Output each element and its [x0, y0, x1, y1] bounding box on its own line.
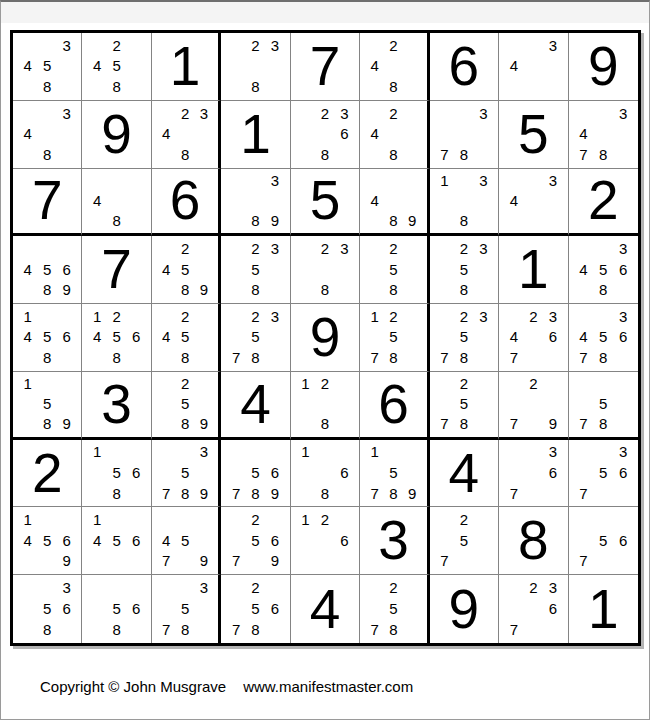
solved-digit: 6: [449, 39, 480, 94]
pencil-mark-2: [593, 103, 613, 124]
pencil-mark-9: [126, 619, 145, 640]
pencil-mark-1: [87, 35, 106, 56]
pencil-mark-2: [524, 171, 543, 191]
cell-r5c2[interactable]: 124568: [82, 304, 151, 372]
pencil-mark-3: 3: [335, 238, 354, 259]
cell-r4c5[interactable]: 238: [291, 236, 360, 304]
cell-r4c3[interactable]: 24589: [152, 236, 221, 304]
pencil-mark-7: [157, 347, 176, 368]
pencil-mark-1: 1: [18, 306, 37, 327]
cell-r1c8[interactable]: 34: [499, 33, 568, 101]
pencil-mark-5: [454, 190, 473, 210]
pencil-mark-5: [315, 530, 334, 551]
pencil-mark-7: 7: [226, 551, 245, 572]
pencil-mark-9: [57, 76, 76, 97]
pencil-mark-7: [365, 280, 384, 301]
pencil-mark-9: [265, 347, 284, 368]
pencil-mark-5: [524, 190, 543, 210]
pencil-mark-7: 7: [574, 144, 594, 165]
cell-r8c1[interactable]: 14569: [13, 507, 82, 575]
pencil-mark-5: [454, 123, 473, 144]
cell-r7c9[interactable]: 3567: [569, 440, 638, 508]
cell-r4c2[interactable]: 7: [82, 236, 151, 304]
pencil-mark-9: [543, 347, 562, 368]
pencil-mark-6: [265, 327, 284, 348]
pencil-mark-9: [126, 483, 145, 504]
cell-r8c7[interactable]: 257: [430, 507, 499, 575]
pencil-mark-9: [195, 347, 214, 368]
cell-r3c3[interactable]: 6: [152, 169, 221, 237]
cell-r7c1[interactable]: 2: [13, 440, 82, 508]
solved-digit: 1: [240, 107, 271, 162]
pencil-mark-1: [504, 171, 523, 191]
cell-r1c2[interactable]: 2458: [82, 33, 151, 101]
pencil-mark-4: 4: [365, 123, 384, 144]
pencil-mark-1: [87, 577, 106, 598]
pencil-mark-1: [574, 238, 594, 259]
pencil-mark-6: [403, 462, 422, 483]
pencil-mark-6: 6: [543, 462, 562, 483]
pencil-mark-3: [403, 171, 422, 191]
cell-r3c9[interactable]: 2: [569, 169, 638, 237]
pencil-mark-8: 8: [246, 483, 265, 504]
pencil-mark-6: [613, 394, 633, 414]
solved-digit: 7: [310, 39, 341, 94]
pencil-mark-7: [18, 144, 37, 165]
pencil-mark-6: [474, 530, 493, 551]
cell-r2c1[interactable]: 348: [13, 101, 82, 169]
pencil-mark-1: [435, 238, 454, 259]
cell-r4c1[interactable]: 45689: [13, 236, 82, 304]
pencil-mark-3: 3: [195, 103, 214, 124]
pencil-mark-4: [226, 259, 245, 280]
pencil-mark-7: [296, 551, 315, 572]
pencil-mark-2: 2: [524, 374, 543, 394]
pencil-mark-3: 3: [335, 103, 354, 124]
pencil-mark-3: 3: [613, 306, 633, 327]
cell-r9c3[interactable]: 3578: [152, 575, 221, 643]
pencil-mark-5: [524, 56, 543, 77]
pencil-mark-9: [403, 347, 422, 368]
pencil-mark-1: [504, 577, 523, 598]
pencil-mark-2: 2: [524, 577, 543, 598]
cell-r3c4[interactable]: 389: [221, 169, 290, 237]
cell-r6c1[interactable]: 1589: [13, 372, 82, 440]
cell-r6c6[interactable]: 6: [360, 372, 429, 440]
pencil-mark-9: [613, 414, 633, 434]
pencil-mark-6: 6: [613, 327, 633, 348]
cell-r4c7[interactable]: 2358: [430, 236, 499, 304]
cell-r1c5[interactable]: 7: [291, 33, 360, 101]
pencil-mark-3: 3: [543, 35, 562, 56]
pencil-mark-1: 1: [87, 442, 106, 463]
cell-r3c8[interactable]: 34: [499, 169, 568, 237]
pencil-mark-6: [403, 327, 422, 348]
pencil-mark-2: [176, 577, 195, 598]
pencil-mark-3: [474, 374, 493, 394]
solved-digit: 9: [449, 582, 480, 637]
pencil-mark-2: [246, 442, 265, 463]
pencil-mark-5: 5: [384, 327, 403, 348]
pencil-mark-8: 8: [454, 210, 473, 230]
solved-digit: 6: [170, 173, 201, 228]
cell-r7c2[interactable]: 1568: [82, 440, 151, 508]
pencil-mark-6: 6: [265, 462, 284, 483]
cell-r7c5[interactable]: 168: [291, 440, 360, 508]
pencil-mark-7: 7: [157, 483, 176, 504]
cell-r1c9[interactable]: 9: [569, 33, 638, 101]
pencil-mark-3: [265, 442, 284, 463]
pencil-mark-4: [365, 327, 384, 348]
pencil-mark-6: [474, 394, 493, 414]
pencil-mark-4: 4: [18, 56, 37, 77]
pencil-mark-4: 4: [504, 190, 523, 210]
pencil-mark-4: [435, 123, 454, 144]
pencil-mark-2: [246, 171, 265, 191]
pencil-mark-8: 8: [384, 347, 403, 368]
cell-r2c8[interactable]: 5: [499, 101, 568, 169]
pencil-mark-8: 8: [37, 144, 56, 165]
cell-r2c4[interactable]: 1: [221, 101, 290, 169]
pencil-mark-2: 2: [315, 103, 334, 124]
cell-r5c1[interactable]: 14568: [13, 304, 82, 372]
pencil-mark-7: [87, 76, 106, 97]
cell-r7c8[interactable]: 367: [499, 440, 568, 508]
cell-r8c2[interactable]: 1456: [82, 507, 151, 575]
pencil-mark-6: [474, 190, 493, 210]
pencil-mark-9: 9: [543, 414, 562, 434]
cell-r2c2[interactable]: 9: [82, 101, 151, 169]
pencil-mark-6: [403, 259, 422, 280]
pencil-mark-6: [403, 190, 422, 210]
solved-digit: 5: [310, 173, 341, 228]
pencil-mark-9: [543, 619, 562, 640]
cell-r5c7[interactable]: 23578: [430, 304, 499, 372]
pencil-mark-6: [543, 394, 562, 414]
pencil-mark-8: 8: [176, 483, 195, 504]
pencil-mark-8: [524, 76, 543, 97]
cell-r6c2[interactable]: 3: [82, 372, 151, 440]
pencil-mark-7: 7: [226, 619, 245, 640]
cell-r1c6[interactable]: 248: [360, 33, 429, 101]
cell-r8c4[interactable]: 25679: [221, 507, 290, 575]
cell-r4c9[interactable]: 34568: [569, 236, 638, 304]
pencil-mark-3: [57, 374, 76, 394]
pencil-mark-1: [504, 306, 523, 327]
cell-r2c7[interactable]: 378: [430, 101, 499, 169]
pencil-mark-2: 2: [454, 509, 473, 530]
cell-r2c6[interactable]: 248: [360, 101, 429, 169]
pencil-mark-8: 8: [107, 210, 126, 230]
pencil-mark-4: [504, 394, 523, 414]
pencil-mark-7: [504, 210, 523, 230]
pencil-mark-3: [57, 509, 76, 530]
cell-r3c7[interactable]: 138: [430, 169, 499, 237]
solved-digit: 2: [32, 446, 63, 501]
cell-r1c7[interactable]: 6: [430, 33, 499, 101]
pencil-mark-9: 9: [265, 551, 284, 572]
pencil-mark-3: [543, 374, 562, 394]
pencil-mark-5: [384, 56, 403, 77]
pencil-mark-7: [435, 210, 454, 230]
pencil-mark-6: [543, 56, 562, 77]
pencil-mark-2: 2: [176, 103, 195, 124]
website-text: www.manifestmaster.com: [243, 678, 413, 695]
pencil-mark-8: [315, 551, 334, 572]
pencil-mark-4: [435, 530, 454, 551]
pencil-mark-9: [126, 347, 145, 368]
pencil-mark-1: [296, 103, 315, 124]
pencil-mark-4: [157, 394, 176, 414]
pencil-mark-5: 5: [384, 259, 403, 280]
cell-r5c4[interactable]: 23578: [221, 304, 290, 372]
pencil-mark-5: 5: [384, 462, 403, 483]
pencil-mark-2: [37, 509, 56, 530]
pencil-mark-8: 8: [246, 210, 265, 230]
pencil-mark-3: 3: [474, 171, 493, 191]
pencil-mark-7: [87, 210, 106, 230]
pencil-mark-4: [574, 462, 594, 483]
pencil-mark-7: [296, 280, 315, 301]
pencil-mark-5: [246, 56, 265, 77]
cell-r2c9[interactable]: 3478: [569, 101, 638, 169]
cell-r8c6[interactable]: 3: [360, 507, 429, 575]
pencil-mark-2: 2: [384, 306, 403, 327]
pencil-mark-2: 2: [384, 35, 403, 56]
pencil-mark-5: 5: [107, 56, 126, 77]
pencil-mark-4: [226, 327, 245, 348]
pencil-mark-5: [524, 394, 543, 414]
pencil-mark-3: [57, 238, 76, 259]
pencil-mark-7: [87, 347, 106, 368]
pencil-mark-8: 8: [176, 144, 195, 165]
cell-r7c3[interactable]: 35789: [152, 440, 221, 508]
cell-r3c1[interactable]: 7: [13, 169, 82, 237]
pencil-mark-8: 8: [315, 280, 334, 301]
pencil-mark-1: 1: [435, 171, 454, 191]
cell-r4c8[interactable]: 1: [499, 236, 568, 304]
pencil-mark-3: [403, 577, 422, 598]
cell-r3c2[interactable]: 48: [82, 169, 151, 237]
pencil-mark-2: [107, 577, 126, 598]
pencil-mark-3: [613, 509, 633, 530]
pencil-mark-7: [574, 280, 594, 301]
cell-r9c4[interactable]: 25678: [221, 575, 290, 643]
pencil-mark-1: [435, 509, 454, 530]
pencil-mark-3: [57, 306, 76, 327]
pencil-mark-9: [613, 144, 633, 165]
cell-r8c3[interactable]: 4579: [152, 507, 221, 575]
pencil-mark-5: [384, 123, 403, 144]
pencil-mark-2: 2: [246, 35, 265, 56]
pencil-mark-8: 8: [176, 414, 195, 434]
pencil-mark-8: [524, 483, 543, 504]
pencil-mark-4: [435, 259, 454, 280]
pencil-mark-4: 4: [574, 327, 594, 348]
cell-r5c5[interactable]: 9: [291, 304, 360, 372]
pencil-mark-2: [454, 171, 473, 191]
cell-r8c9[interactable]: 567: [569, 507, 638, 575]
pencil-mark-6: [403, 123, 422, 144]
pencil-mark-1: 1: [18, 509, 37, 530]
pencil-mark-2: 2: [176, 306, 195, 327]
pencil-mark-5: [107, 190, 126, 210]
pencil-mark-7: [296, 483, 315, 504]
cell-r9c7[interactable]: 9: [430, 575, 499, 643]
pencil-mark-1: [504, 374, 523, 394]
pencil-mark-9: [265, 76, 284, 97]
cell-r7c4[interactable]: 56789: [221, 440, 290, 508]
cell-r9c5[interactable]: 4: [291, 575, 360, 643]
cell-r8c8[interactable]: 8: [499, 507, 568, 575]
solved-digit: 3: [378, 513, 409, 568]
pencil-mark-2: 2: [315, 509, 334, 530]
pencil-mark-5: 5: [176, 327, 195, 348]
cell-r5c9[interactable]: 345678: [569, 304, 638, 372]
pencil-mark-7: [157, 280, 176, 301]
pencil-mark-3: [265, 577, 284, 598]
pencil-mark-8: 8: [384, 619, 403, 640]
pencil-mark-3: 3: [474, 238, 493, 259]
pencil-mark-6: [195, 394, 214, 414]
cell-r7c6[interactable]: 15789: [360, 440, 429, 508]
pencil-mark-9: [613, 347, 633, 368]
pencil-mark-7: [296, 414, 315, 434]
pencil-mark-8: 8: [107, 619, 126, 640]
cell-r3c6[interactable]: 489: [360, 169, 429, 237]
pencil-mark-4: 4: [87, 56, 106, 77]
pencil-mark-9: 9: [57, 551, 76, 572]
pencil-mark-9: [613, 483, 633, 504]
pencil-mark-7: 7: [365, 347, 384, 368]
solved-digit: 4: [449, 446, 480, 501]
cell-r1c4[interactable]: 238: [221, 33, 290, 101]
pencil-mark-3: [126, 306, 145, 327]
pencil-mark-1: [157, 442, 176, 463]
pencil-mark-3: 3: [543, 306, 562, 327]
pencil-mark-5: 5: [107, 530, 126, 551]
cell-r9c1[interactable]: 3568: [13, 575, 82, 643]
cell-r9c8[interactable]: 2367: [499, 575, 568, 643]
cell-r9c9[interactable]: 1: [569, 575, 638, 643]
cell-r6c9[interactable]: 578: [569, 372, 638, 440]
pencil-mark-2: 2: [384, 103, 403, 124]
pencil-mark-8: [37, 551, 56, 572]
pencil-mark-6: [543, 190, 562, 210]
pencil-mark-7: [226, 280, 245, 301]
pencil-mark-4: 4: [18, 327, 37, 348]
pencil-mark-9: 9: [195, 483, 214, 504]
pencil-mark-8: 8: [246, 619, 265, 640]
pencil-mark-2: 2: [315, 238, 334, 259]
pencil-mark-5: 5: [176, 394, 195, 414]
cell-r6c8[interactable]: 279: [499, 372, 568, 440]
pencil-mark-1: [18, 35, 37, 56]
pencil-mark-4: 4: [157, 123, 176, 144]
pencil-mark-4: [157, 598, 176, 619]
pencil-mark-6: [265, 190, 284, 210]
cell-r5c8[interactable]: 23467: [499, 304, 568, 372]
cell-r6c4[interactable]: 4: [221, 372, 290, 440]
cell-r4c4[interactable]: 2358: [221, 236, 290, 304]
pencil-mark-5: 5: [246, 462, 265, 483]
pencil-mark-4: [365, 462, 384, 483]
pencil-mark-1: [157, 306, 176, 327]
pencil-mark-7: 7: [435, 347, 454, 368]
pencil-mark-8: 8: [246, 76, 265, 97]
pencil-mark-7: 7: [504, 414, 523, 434]
pencil-mark-4: [226, 530, 245, 551]
pencil-mark-5: 5: [37, 530, 56, 551]
pencil-mark-7: 7: [365, 483, 384, 504]
pencil-mark-1: [18, 238, 37, 259]
pencil-mark-4: [435, 327, 454, 348]
cell-r6c7[interactable]: 2578: [430, 372, 499, 440]
pencil-mark-8: 8: [37, 414, 56, 434]
pencil-mark-6: 6: [335, 462, 354, 483]
pencil-mark-4: [87, 462, 106, 483]
pencil-mark-4: 4: [504, 327, 523, 348]
pencil-mark-5: 5: [593, 462, 613, 483]
pencil-mark-8: 8: [384, 483, 403, 504]
pencil-mark-7: [18, 347, 37, 368]
pencil-mark-5: 5: [593, 394, 613, 414]
pencil-mark-3: 3: [543, 577, 562, 598]
pencil-mark-4: 4: [18, 530, 37, 551]
cell-r1c1[interactable]: 3458: [13, 33, 82, 101]
pencil-mark-3: [195, 374, 214, 394]
cell-r6c3[interactable]: 2589: [152, 372, 221, 440]
pencil-mark-5: [315, 462, 334, 483]
pencil-mark-7: [365, 210, 384, 230]
pencil-mark-6: [126, 190, 145, 210]
top-band: [1, 2, 649, 23]
pencil-mark-6: [613, 123, 633, 144]
pencil-mark-9: [474, 144, 493, 165]
pencil-mark-7: [18, 414, 37, 434]
pencil-mark-8: 8: [315, 483, 334, 504]
cell-r1c3[interactable]: 1: [152, 33, 221, 101]
pencil-mark-5: [176, 123, 195, 144]
pencil-mark-7: 7: [435, 144, 454, 165]
pencil-mark-1: [18, 103, 37, 124]
pencil-mark-2: [107, 171, 126, 191]
pencil-mark-8: 8: [454, 280, 473, 301]
cell-r4c6[interactable]: 258: [360, 236, 429, 304]
pencil-mark-1: [18, 577, 37, 598]
cell-r9c6[interactable]: 2578: [360, 575, 429, 643]
cell-r7c7[interactable]: 4: [430, 440, 499, 508]
pencil-mark-7: [18, 619, 37, 640]
pencil-mark-7: 7: [157, 551, 176, 572]
pencil-mark-4: [435, 190, 454, 210]
cell-r8c5[interactable]: 126: [291, 507, 360, 575]
cell-r5c3[interactable]: 2458: [152, 304, 221, 372]
cell-r5c6[interactable]: 12578: [360, 304, 429, 372]
cell-r2c3[interactable]: 2348: [152, 101, 221, 169]
pencil-mark-5: 5: [37, 598, 56, 619]
pencil-mark-6: [474, 327, 493, 348]
pencil-mark-3: [474, 509, 493, 530]
cell-r3c5[interactable]: 5: [291, 169, 360, 237]
pencil-mark-2: [593, 306, 613, 327]
pencil-mark-7: 7: [574, 483, 594, 504]
pencil-mark-1: [574, 509, 594, 530]
cell-r2c5[interactable]: 2368: [291, 101, 360, 169]
pencil-mark-3: 3: [57, 577, 76, 598]
cell-r6c5[interactable]: 128: [291, 372, 360, 440]
cell-r9c2[interactable]: 568: [82, 575, 151, 643]
